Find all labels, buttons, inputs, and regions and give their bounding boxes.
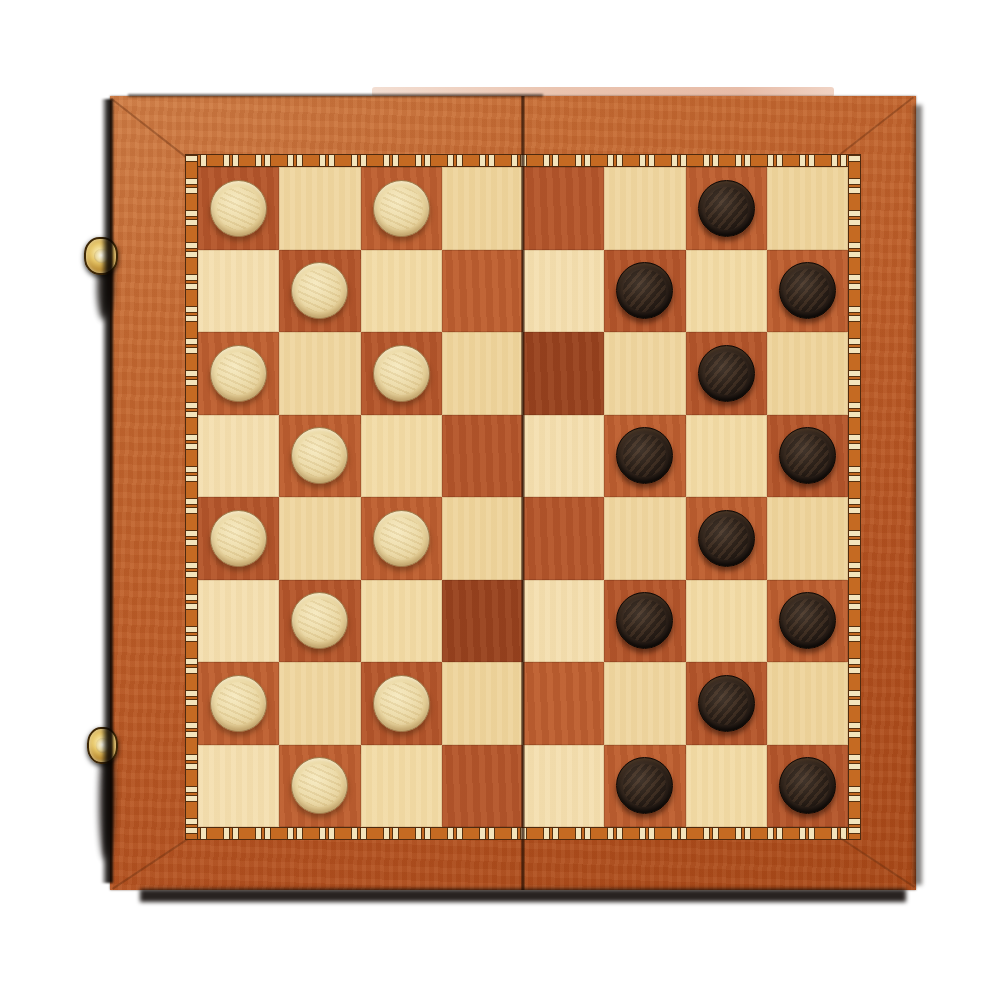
square-r1c6[interactable]	[604, 167, 685, 250]
square-r4c3[interactable]	[361, 415, 442, 498]
black-checker-piece[interactable]	[698, 180, 755, 237]
white-checker-piece[interactable]	[291, 757, 348, 814]
checkers-board	[110, 96, 916, 890]
square-r4c4[interactable]	[442, 415, 523, 498]
black-checker-piece[interactable]	[698, 510, 755, 567]
square-r7c3[interactable]	[361, 662, 442, 745]
white-checker-piece[interactable]	[291, 262, 348, 319]
square-r3c6[interactable]	[604, 332, 685, 415]
square-r1c5[interactable]	[523, 167, 604, 250]
square-r4c6[interactable]	[604, 415, 685, 498]
white-checker-piece[interactable]	[210, 345, 267, 402]
white-checker-piece[interactable]	[373, 345, 430, 402]
square-r1c4[interactable]	[442, 167, 523, 250]
square-r8c5[interactable]	[523, 745, 604, 828]
square-r2c6[interactable]	[604, 250, 685, 333]
black-checker-piece[interactable]	[616, 262, 673, 319]
photo-stage	[0, 0, 1000, 1000]
brass-hinge-top	[84, 237, 118, 275]
square-r1c3[interactable]	[361, 167, 442, 250]
inlay-border-left	[185, 154, 198, 840]
square-r7c6[interactable]	[604, 662, 685, 745]
square-r8c1[interactable]	[198, 745, 279, 828]
inlay-border-right	[848, 154, 861, 840]
frame-miter-bottom-right	[839, 837, 915, 888]
square-r7c5[interactable]	[523, 662, 604, 745]
frame-miter-top-left	[111, 98, 186, 157]
square-r8c7[interactable]	[686, 745, 767, 828]
square-r8c8[interactable]	[767, 745, 848, 828]
square-r8c6[interactable]	[604, 745, 685, 828]
white-checker-piece[interactable]	[373, 180, 430, 237]
black-checker-piece[interactable]	[779, 757, 836, 814]
square-r2c7[interactable]	[686, 250, 767, 333]
square-r4c7[interactable]	[686, 415, 767, 498]
square-r3c5[interactable]	[523, 332, 604, 415]
white-checker-piece[interactable]	[373, 675, 430, 732]
square-r6c3[interactable]	[361, 580, 442, 663]
frame-miter-top-right	[839, 96, 914, 155]
board-edge-shadow-bottom	[140, 889, 906, 902]
black-checker-piece[interactable]	[779, 592, 836, 649]
square-r2c4[interactable]	[442, 250, 523, 333]
square-r5c6[interactable]	[604, 497, 685, 580]
square-r4c2[interactable]	[279, 415, 360, 498]
white-checker-piece[interactable]	[210, 510, 267, 567]
white-checker-piece[interactable]	[210, 675, 267, 732]
black-checker-piece[interactable]	[779, 427, 836, 484]
square-r2c1[interactable]	[198, 250, 279, 333]
brass-hinge-ring	[96, 738, 110, 753]
square-r5c5[interactable]	[523, 497, 604, 580]
square-r7c7[interactable]	[686, 662, 767, 745]
black-checker-piece[interactable]	[698, 345, 755, 402]
square-r3c1[interactable]	[198, 332, 279, 415]
square-r4c8[interactable]	[767, 415, 848, 498]
square-r5c2[interactable]	[279, 497, 360, 580]
square-r1c2[interactable]	[279, 167, 360, 250]
square-r2c5[interactable]	[523, 250, 604, 333]
black-checker-piece[interactable]	[616, 757, 673, 814]
square-r6c2[interactable]	[279, 580, 360, 663]
black-checker-piece[interactable]	[616, 427, 673, 484]
square-r7c1[interactable]	[198, 662, 279, 745]
square-r7c8[interactable]	[767, 662, 848, 745]
white-checker-piece[interactable]	[291, 427, 348, 484]
square-r7c2[interactable]	[279, 662, 360, 745]
square-r2c2[interactable]	[279, 250, 360, 333]
square-r1c1[interactable]	[198, 167, 279, 250]
white-checker-piece[interactable]	[291, 592, 348, 649]
square-r8c2[interactable]	[279, 745, 360, 828]
square-r4c5[interactable]	[523, 415, 604, 498]
square-r3c8[interactable]	[767, 332, 848, 415]
brass-hinge-ring	[94, 249, 109, 264]
square-r7c4[interactable]	[442, 662, 523, 745]
square-r8c4[interactable]	[442, 745, 523, 828]
square-r2c3[interactable]	[361, 250, 442, 333]
frame-miter-bottom-left	[112, 838, 188, 889]
square-r6c8[interactable]	[767, 580, 848, 663]
square-r1c8[interactable]	[767, 167, 848, 250]
square-r6c6[interactable]	[604, 580, 685, 663]
square-r6c1[interactable]	[198, 580, 279, 663]
square-r1c7[interactable]	[686, 167, 767, 250]
brass-hinge-bottom	[87, 727, 118, 764]
square-r5c7[interactable]	[686, 497, 767, 580]
black-checker-piece[interactable]	[616, 592, 673, 649]
square-r5c8[interactable]	[767, 497, 848, 580]
square-r5c1[interactable]	[198, 497, 279, 580]
square-r3c3[interactable]	[361, 332, 442, 415]
square-r5c4[interactable]	[442, 497, 523, 580]
square-r6c4[interactable]	[442, 580, 523, 663]
square-r5c3[interactable]	[361, 497, 442, 580]
white-checker-piece[interactable]	[210, 180, 267, 237]
square-r3c2[interactable]	[279, 332, 360, 415]
white-checker-piece[interactable]	[373, 510, 430, 567]
board-fold-seam	[521, 96, 525, 890]
square-r4c1[interactable]	[198, 415, 279, 498]
square-r2c8[interactable]	[767, 250, 848, 333]
black-checker-piece[interactable]	[698, 675, 755, 732]
square-r3c4[interactable]	[442, 332, 523, 415]
square-r8c3[interactable]	[361, 745, 442, 828]
black-checker-piece[interactable]	[779, 262, 836, 319]
square-r6c7[interactable]	[686, 580, 767, 663]
square-r3c7[interactable]	[686, 332, 767, 415]
square-r6c5[interactable]	[523, 580, 604, 663]
